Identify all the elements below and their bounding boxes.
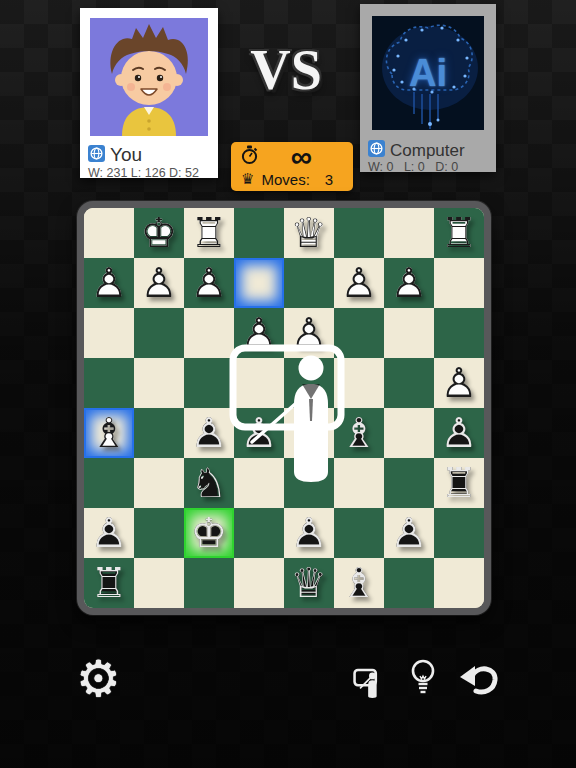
square-h3[interactable]: [84, 308, 134, 358]
square-c3[interactable]: [334, 308, 384, 358]
globe-icon: [368, 140, 385, 161]
black-bishop: ♝♗: [334, 558, 384, 608]
ai-label: Ai: [372, 52, 484, 95]
square-e1[interactable]: [234, 208, 284, 258]
square-c7[interactable]: [334, 508, 384, 558]
black-rook: ♜♖: [434, 458, 484, 508]
white-rook: ♜♖: [184, 208, 234, 258]
player-name-computer: Computer: [390, 141, 465, 161]
square-h6[interactable]: [84, 458, 134, 508]
square-g1[interactable]: ♚♔: [134, 208, 184, 258]
white-bishop: ♝♗: [84, 408, 134, 458]
settings-gear-icon[interactable]: ⚙: [76, 654, 121, 704]
square-d2[interactable]: [284, 258, 334, 308]
black-pawn: ♟♙: [84, 508, 134, 558]
square-b1[interactable]: [384, 208, 434, 258]
square-f4[interactable]: [184, 358, 234, 408]
black-rook: ♜♖: [84, 558, 134, 608]
square-b4[interactable]: [384, 358, 434, 408]
square-g8[interactable]: [134, 558, 184, 608]
square-b2[interactable]: ♟♙: [384, 258, 434, 308]
square-c2[interactable]: ♟♙: [334, 258, 384, 308]
square-h1[interactable]: [84, 208, 134, 258]
square-d7[interactable]: ♟♙: [284, 508, 334, 558]
square-a3[interactable]: [434, 308, 484, 358]
square-d1[interactable]: ♛♕: [284, 208, 334, 258]
white-pawn: ♟♙: [134, 258, 184, 308]
chess-board: ♚♔♜♖♛♕♜♖♟♙♟♙♟♙♟♙♟♙♟♙♟♙♟♙♝♗♟♙♟♙♟♙♝♗♟♙♞♘♜♖…: [84, 208, 484, 608]
square-a4[interactable]: ♟♙: [434, 358, 484, 408]
square-e4[interactable]: [234, 358, 284, 408]
teacher-tutorial-button[interactable]: [352, 664, 386, 702]
square-g3[interactable]: [134, 308, 184, 358]
square-d8[interactable]: ♛♕: [284, 558, 334, 608]
player-card-computer: Ai Computer W: 0 L: 0 D: 0: [360, 4, 496, 172]
square-h7[interactable]: ♟♙: [84, 508, 134, 558]
player-card-you: You W: 231 L: 126 D: 52: [80, 8, 218, 178]
square-e2[interactable]: [234, 258, 284, 308]
black-queen: ♛♕: [284, 558, 334, 608]
black-pawn: ♟♙: [234, 408, 284, 458]
black-pawn: ♟♙: [284, 408, 334, 458]
moves-badge: ∞ ♛ Moves: 3: [231, 142, 353, 191]
black-pawn: ♟♙: [434, 408, 484, 458]
black-king: ♚♔: [184, 508, 234, 558]
player-stats-computer: W: 0 L: 0 D: 0: [368, 160, 458, 174]
black-pawn: ♟♙: [184, 408, 234, 458]
ai-brain-image: Ai: [372, 16, 484, 130]
square-b5[interactable]: [384, 408, 434, 458]
undo-arrow-button[interactable]: [458, 663, 500, 701]
square-f8[interactable]: [184, 558, 234, 608]
square-h8[interactable]: ♜♖: [84, 558, 134, 608]
square-d6[interactable]: [284, 458, 334, 508]
square-d4[interactable]: [284, 358, 334, 408]
crown-icon: ♛: [241, 170, 254, 188]
square-d3[interactable]: ♟♙: [284, 308, 334, 358]
square-f1[interactable]: ♜♖: [184, 208, 234, 258]
square-b3[interactable]: [384, 308, 434, 358]
square-e7[interactable]: [234, 508, 284, 558]
hint-lightbulb-button[interactable]: [408, 658, 438, 704]
square-g4[interactable]: [134, 358, 184, 408]
white-rook: ♜♖: [434, 208, 484, 258]
square-h4[interactable]: [84, 358, 134, 408]
black-pawn: ♟♙: [284, 508, 334, 558]
square-f2[interactable]: ♟♙: [184, 258, 234, 308]
square-c4[interactable]: [334, 358, 384, 408]
white-pawn: ♟♙: [334, 258, 384, 308]
square-d5[interactable]: ♟♙: [284, 408, 334, 458]
white-pawn: ♟♙: [284, 308, 334, 358]
square-a5[interactable]: ♟♙: [434, 408, 484, 458]
avatar: [90, 18, 208, 136]
square-c8[interactable]: ♝♗: [334, 558, 384, 608]
white-king: ♚♔: [134, 208, 184, 258]
black-bishop: ♝♗: [334, 408, 384, 458]
square-c6[interactable]: [334, 458, 384, 508]
square-b7[interactable]: ♟♙: [384, 508, 434, 558]
square-e8[interactable]: [234, 558, 284, 608]
white-pawn: ♟♙: [384, 258, 434, 308]
square-f7[interactable]: ♚♔: [184, 508, 234, 558]
black-knight: ♞♘: [184, 458, 234, 508]
white-pawn: ♟♙: [184, 258, 234, 308]
moves-label: Moves:: [261, 171, 309, 188]
vs-label: VS: [226, 38, 346, 102]
player-name-you: You: [110, 144, 142, 166]
square-g2[interactable]: ♟♙: [134, 258, 184, 308]
square-a6[interactable]: ♜♖: [434, 458, 484, 508]
player-stats-you: W: 231 L: 126 D: 52: [88, 166, 199, 180]
chess-board-frame: ♚♔♜♖♛♕♜♖♟♙♟♙♟♙♟♙♟♙♟♙♟♙♟♙♝♗♟♙♟♙♟♙♝♗♟♙♞♘♜♖…: [77, 201, 491, 615]
square-e6[interactable]: [234, 458, 284, 508]
white-queen: ♛♕: [284, 208, 334, 258]
square-g6[interactable]: [134, 458, 184, 508]
infinity-symbol: ∞: [258, 146, 345, 168]
square-g7[interactable]: [134, 508, 184, 558]
moves-count: 3: [325, 171, 333, 188]
square-h5[interactable]: ♝♗: [84, 408, 134, 458]
square-a8[interactable]: [434, 558, 484, 608]
square-g5[interactable]: [134, 408, 184, 458]
square-c1[interactable]: [334, 208, 384, 258]
square-f5[interactable]: ♟♙: [184, 408, 234, 458]
square-h2[interactable]: ♟♙: [84, 258, 134, 308]
stopwatch-icon: [241, 145, 258, 169]
square-e3[interactable]: ♟♙: [234, 308, 284, 358]
square-c5[interactable]: ♝♗: [334, 408, 384, 458]
square-e5[interactable]: ♟♙: [234, 408, 284, 458]
square-a2[interactable]: [434, 258, 484, 308]
white-pawn: ♟♙: [84, 258, 134, 308]
black-pawn: ♟♙: [384, 508, 434, 558]
square-b8[interactable]: [384, 558, 434, 608]
white-pawn: ♟♙: [434, 358, 484, 408]
white-pawn: ♟♙: [234, 308, 284, 358]
square-f6[interactable]: ♞♘: [184, 458, 234, 508]
square-f3[interactable]: [184, 308, 234, 358]
globe-icon: [88, 145, 105, 166]
square-b6[interactable]: [384, 458, 434, 508]
square-a1[interactable]: ♜♖: [434, 208, 484, 258]
square-a7[interactable]: [434, 508, 484, 558]
